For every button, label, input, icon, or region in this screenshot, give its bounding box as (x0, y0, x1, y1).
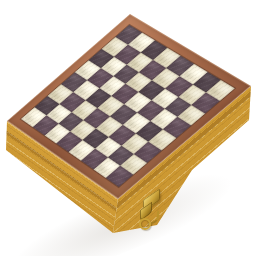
product-photo-chess-box (0, 0, 256, 256)
clasp-hook-icon (151, 211, 159, 225)
clasp-ring-icon (139, 218, 151, 230)
brass-clasp (137, 197, 167, 229)
